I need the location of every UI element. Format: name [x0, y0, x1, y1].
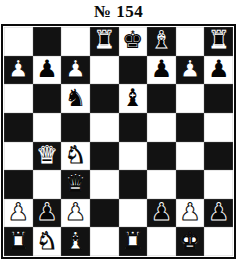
- square-h5[interactable]: [204, 113, 233, 142]
- square-d8[interactable]: ♜: [90, 27, 119, 56]
- white-pawn: ♟: [8, 57, 30, 81]
- square-f8[interactable]: ♝: [147, 27, 176, 56]
- square-d2[interactable]: [90, 199, 119, 228]
- black-pawn: ♟: [208, 200, 230, 224]
- square-h2[interactable]: ♟: [204, 199, 233, 228]
- square-a5[interactable]: [4, 113, 33, 142]
- square-h6[interactable]: [204, 84, 233, 113]
- square-a6[interactable]: [4, 84, 33, 113]
- square-g5[interactable]: [176, 113, 205, 142]
- square-c4[interactable]: ♞: [61, 142, 90, 171]
- black-pawn: ♟: [36, 57, 58, 81]
- square-a7[interactable]: ♟: [4, 56, 33, 85]
- white-rook: ♜: [122, 229, 144, 253]
- square-e2[interactable]: [119, 199, 148, 228]
- square-g8[interactable]: [176, 27, 205, 56]
- square-e5[interactable]: [119, 113, 148, 142]
- square-a3[interactable]: [4, 170, 33, 199]
- square-h4[interactable]: [204, 142, 233, 171]
- black-queen: ♛: [36, 143, 58, 167]
- square-b3[interactable]: [33, 170, 62, 199]
- square-g7[interactable]: ♟: [176, 56, 205, 85]
- black-knight: ♞: [65, 86, 87, 110]
- square-c7[interactable]: ♟: [61, 56, 90, 85]
- square-e1[interactable]: ♜: [119, 227, 148, 256]
- square-b1[interactable]: ♞: [33, 227, 62, 256]
- puzzle-page: № 154 ♜♚♝♜♟♟♟♟♟♟♞♝♛♞♛♟♟♟♟♟♟♜♞♝♜♚: [0, 0, 237, 261]
- square-e4[interactable]: [119, 142, 148, 171]
- square-h3[interactable]: [204, 170, 233, 199]
- black-pawn: ♟: [151, 57, 173, 81]
- chess-board: ♜♚♝♜♟♟♟♟♟♟♞♝♛♞♛♟♟♟♟♟♟♜♞♝♜♚: [1, 24, 236, 259]
- square-a2[interactable]: ♟: [4, 199, 33, 228]
- white-bishop: ♝: [65, 229, 87, 253]
- square-a4[interactable]: [4, 142, 33, 171]
- square-c3[interactable]: ♛: [61, 170, 90, 199]
- square-b7[interactable]: ♟: [33, 56, 62, 85]
- square-c6[interactable]: ♞: [61, 84, 90, 113]
- square-h8[interactable]: ♜: [204, 27, 233, 56]
- white-king: ♚: [179, 229, 201, 253]
- square-f6[interactable]: [147, 84, 176, 113]
- square-c8[interactable]: [61, 27, 90, 56]
- square-f7[interactable]: ♟: [147, 56, 176, 85]
- square-h7[interactable]: ♟: [204, 56, 233, 85]
- square-b5[interactable]: [33, 113, 62, 142]
- square-f4[interactable]: [147, 142, 176, 171]
- black-rook: ♜: [93, 28, 115, 52]
- square-c5[interactable]: [61, 113, 90, 142]
- square-f5[interactable]: [147, 113, 176, 142]
- white-pawn: ♟: [179, 57, 201, 81]
- black-pawn: ♟: [36, 200, 58, 224]
- square-c1[interactable]: ♝: [61, 227, 90, 256]
- black-pawn: ♟: [151, 200, 173, 224]
- square-f1[interactable]: [147, 227, 176, 256]
- square-g3[interactable]: [176, 170, 205, 199]
- black-king: ♚: [122, 28, 144, 52]
- white-pawn: ♟: [65, 200, 87, 224]
- puzzle-number-title: № 154: [0, 0, 237, 23]
- square-g1[interactable]: ♚: [176, 227, 205, 256]
- white-pawn: ♟: [179, 200, 201, 224]
- square-h1[interactable]: [204, 227, 233, 256]
- square-e3[interactable]: [119, 170, 148, 199]
- square-d4[interactable]: [90, 142, 119, 171]
- square-d6[interactable]: [90, 84, 119, 113]
- square-g2[interactable]: ♟: [176, 199, 205, 228]
- square-e8[interactable]: ♚: [119, 27, 148, 56]
- square-b4[interactable]: ♛: [33, 142, 62, 171]
- square-b2[interactable]: ♟: [33, 199, 62, 228]
- white-knight: ♞: [65, 143, 87, 167]
- square-b8[interactable]: [33, 27, 62, 56]
- black-bishop: ♝: [151, 28, 173, 52]
- square-d3[interactable]: [90, 170, 119, 199]
- black-rook: ♜: [208, 28, 230, 52]
- square-f3[interactable]: [147, 170, 176, 199]
- black-bishop: ♝: [122, 86, 144, 110]
- black-pawn: ♟: [208, 57, 230, 81]
- white-pawn: ♟: [8, 200, 30, 224]
- white-pawn: ♟: [65, 57, 87, 81]
- square-d7[interactable]: [90, 56, 119, 85]
- square-a8[interactable]: [4, 27, 33, 56]
- square-d5[interactable]: [90, 113, 119, 142]
- square-e7[interactable]: [119, 56, 148, 85]
- square-g4[interactable]: [176, 142, 205, 171]
- square-d1[interactable]: [90, 227, 119, 256]
- square-e6[interactable]: ♝: [119, 84, 148, 113]
- square-g6[interactable]: [176, 84, 205, 113]
- white-queen: ♛: [65, 171, 87, 195]
- square-b6[interactable]: [33, 84, 62, 113]
- square-a1[interactable]: ♜: [4, 227, 33, 256]
- square-f2[interactable]: ♟: [147, 199, 176, 228]
- white-rook: ♜: [8, 229, 30, 253]
- square-c2[interactable]: ♟: [61, 199, 90, 228]
- white-knight: ♞: [36, 229, 58, 253]
